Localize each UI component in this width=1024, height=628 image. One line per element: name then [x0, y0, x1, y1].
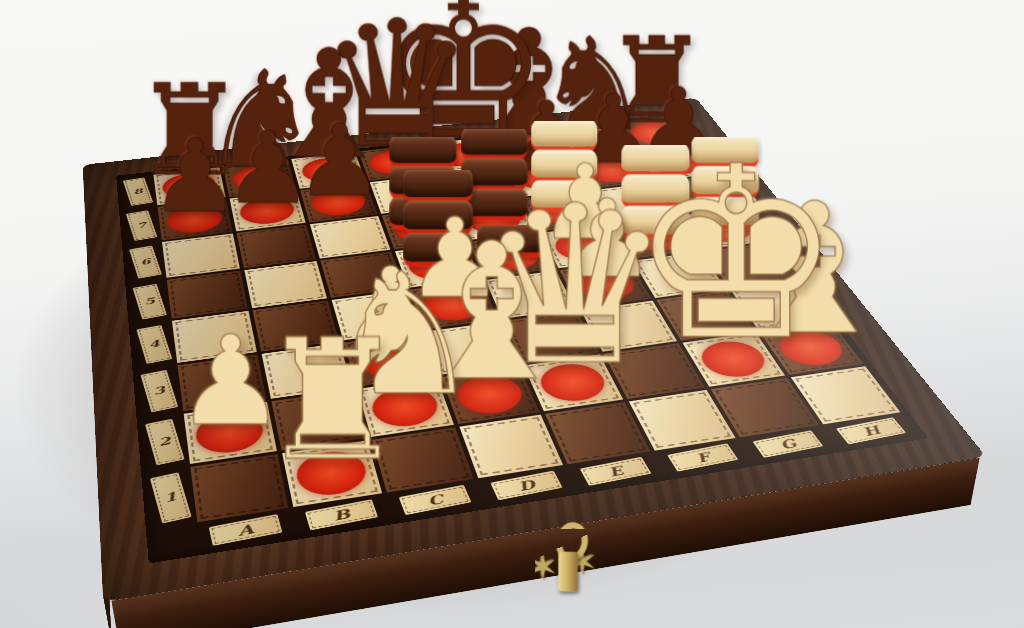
file-label-h: H	[836, 417, 907, 444]
dark-pawn-icon: ♟	[150, 130, 240, 223]
file-label-f: F	[667, 443, 738, 471]
rank-label-5: 5	[133, 284, 168, 320]
file-label-e: E	[580, 457, 652, 486]
square-e1	[545, 402, 650, 464]
file-label-d: D	[490, 471, 562, 501]
square-d1	[459, 415, 563, 479]
checker-dark	[389, 135, 457, 168]
piece-light-rook: ♜	[202, 326, 463, 479]
square-b1: ♜	[282, 440, 382, 507]
band-corner	[155, 526, 196, 556]
rank-label-1: 1	[150, 472, 192, 523]
clasp-hasp	[558, 552, 578, 591]
file-label-b: B	[305, 499, 378, 530]
clasp-star-plate-icon: ✶	[527, 549, 558, 586]
light-rook-icon: ♜	[258, 326, 407, 479]
piece-dark-pawn: ♟	[92, 130, 297, 223]
chess-board: 8♜♞♝♛♚♝♞♜7♟♟♟♟♟♟65♟4♟♟3♟2♟♞♝♛♚♝1♜ABCDEFG…	[83, 98, 986, 602]
scene: 8♜♞♝♛♚♝♞♜7♟♟♟♟♟♟65♟4♟♟3♟2♟♞♝♛♚♝1♜ABCDEFG…	[0, 0, 1024, 628]
file-label-a: A	[209, 514, 283, 546]
file-label-g: G	[753, 430, 824, 458]
rank-label-6: 6	[129, 246, 162, 279]
file-label-c: C	[399, 485, 472, 516]
